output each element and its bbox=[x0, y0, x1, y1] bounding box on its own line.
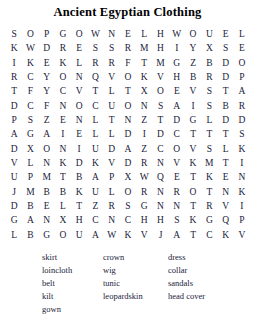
word-list-item: loincloth bbox=[42, 264, 72, 277]
grid-cell-r9c9[interactable]: Z bbox=[136, 142, 152, 156]
grid-cell-r4c14[interactable]: D bbox=[217, 70, 233, 84]
grid-cell-r7c3[interactable]: Z bbox=[39, 113, 55, 127]
grid-cell-r8c9[interactable]: I bbox=[136, 127, 152, 141]
grid-cell-r3c5[interactable]: L bbox=[71, 56, 87, 70]
grid-cell-r15c4[interactable]: O bbox=[55, 228, 71, 242]
grid-cell-r3c6[interactable]: R bbox=[87, 56, 103, 70]
grid-cell-r9c8[interactable]: A bbox=[120, 142, 136, 156]
grid-cell-r7c8[interactable]: N bbox=[120, 113, 136, 127]
grid-cell-r12c9[interactable]: R bbox=[136, 185, 152, 199]
grid-cell-r10c8[interactable]: D bbox=[120, 156, 136, 170]
word-list-item: tunic bbox=[103, 277, 143, 290]
grid-cell-r4c2[interactable]: C bbox=[22, 70, 38, 84]
grid-cell-r4c12[interactable]: B bbox=[185, 70, 201, 84]
grid-cell-r7c14[interactable]: D bbox=[217, 113, 233, 127]
grid-cell-r2c4[interactable]: R bbox=[55, 41, 71, 55]
grid-cell-r7c4[interactable]: E bbox=[55, 113, 71, 127]
grid-cell-r13c11[interactable]: N bbox=[169, 199, 185, 213]
grid-cell-r13c13[interactable]: R bbox=[201, 199, 217, 213]
word-list-item: sandals bbox=[168, 277, 205, 290]
grid-cell-r8c8[interactable]: D bbox=[120, 127, 136, 141]
grid-cell-r4c13[interactable]: R bbox=[201, 70, 217, 84]
grid-cell-r2c13[interactable]: X bbox=[201, 41, 217, 55]
grid-cell-r12c14[interactable]: N bbox=[217, 185, 233, 199]
grid-cell-r5c2[interactable]: F bbox=[22, 84, 38, 98]
grid-cell-r6c6[interactable]: C bbox=[87, 99, 103, 113]
grid-cell-r3c14[interactable]: D bbox=[217, 56, 233, 70]
grid-cell-r15c8[interactable]: K bbox=[120, 228, 136, 242]
grid-cell-r2c11[interactable]: I bbox=[169, 41, 185, 55]
grid-cell-r1c3[interactable]: P bbox=[39, 27, 55, 41]
grid-cell-r15c3[interactable]: G bbox=[39, 228, 55, 242]
grid-cell-r8c3[interactable]: A bbox=[39, 127, 55, 141]
grid-cell-r14c13[interactable]: G bbox=[201, 213, 217, 227]
grid-cell-r9c5[interactable]: I bbox=[71, 142, 87, 156]
grid-cell-r3c13[interactable]: B bbox=[201, 56, 217, 70]
grid-cell-r5c5[interactable]: V bbox=[71, 84, 87, 98]
grid-cell-r12c11[interactable]: R bbox=[169, 185, 185, 199]
grid-cell-r10c14[interactable]: T bbox=[217, 156, 233, 170]
grid-cell-r2c6[interactable]: S bbox=[87, 41, 103, 55]
grid-cell-r13c12[interactable]: T bbox=[185, 199, 201, 213]
grid-cell-r9c10[interactable]: C bbox=[152, 142, 168, 156]
grid-cell-r11c4[interactable]: T bbox=[55, 170, 71, 184]
grid-cell-r7c12[interactable]: G bbox=[185, 113, 201, 127]
grid-cell-r1c2[interactable]: O bbox=[22, 27, 38, 41]
grid-cell-r12c15[interactable]: K bbox=[234, 185, 250, 199]
grid-cell-r12c3[interactable]: B bbox=[39, 185, 55, 199]
grid-cell-r11c6[interactable]: A bbox=[87, 170, 103, 184]
grid-cell-r14c9[interactable]: H bbox=[136, 213, 152, 227]
grid-cell-r12c7[interactable]: L bbox=[104, 185, 120, 199]
grid-cell-r15c15[interactable]: V bbox=[234, 228, 250, 242]
grid-cell-r6c14[interactable]: B bbox=[217, 99, 233, 113]
grid-cell-r5c15[interactable]: A bbox=[234, 84, 250, 98]
grid-cell-r15c9[interactable]: V bbox=[136, 228, 152, 242]
grid-cell-r7c15[interactable]: D bbox=[234, 113, 250, 127]
grid-cell-r4c5[interactable]: N bbox=[71, 70, 87, 84]
grid-cell-r7c2[interactable]: S bbox=[22, 113, 38, 127]
grid-cell-r13c9[interactable]: G bbox=[136, 199, 152, 213]
grid-cell-r15c12[interactable]: T bbox=[185, 228, 201, 242]
grid-cell-r5c12[interactable]: V bbox=[185, 84, 201, 98]
grid-cell-r13c1[interactable]: D bbox=[6, 199, 22, 213]
word-search-grid: SOPGOWNELHWOUELKWDRESSRMHIYXSEIKEKLRRFTM… bbox=[6, 27, 250, 242]
grid-cell-r15c5[interactable]: U bbox=[71, 228, 87, 242]
word-list-item: wig bbox=[103, 264, 143, 277]
grid-cell-r6c5[interactable]: O bbox=[71, 99, 87, 113]
grid-cell-r14c1[interactable]: G bbox=[6, 213, 22, 227]
grid-cell-r3c2[interactable]: K bbox=[22, 56, 38, 70]
grid-cell-r11c8[interactable]: X bbox=[120, 170, 136, 184]
grid-cell-r12c8[interactable]: O bbox=[120, 185, 136, 199]
grid-cell-r1c14[interactable]: E bbox=[217, 27, 233, 41]
grid-cell-r4c1[interactable]: R bbox=[6, 70, 22, 84]
grid-cell-r2c7[interactable]: S bbox=[104, 41, 120, 55]
grid-cell-r14c7[interactable]: N bbox=[104, 213, 120, 227]
grid-cell-r5c6[interactable]: T bbox=[87, 84, 103, 98]
grid-cell-r6c9[interactable]: N bbox=[136, 99, 152, 113]
grid-cell-r13c6[interactable]: Z bbox=[87, 199, 103, 213]
grid-cell-r5c4[interactable]: C bbox=[55, 84, 71, 98]
grid-cell-r3c8[interactable]: F bbox=[120, 56, 136, 70]
grid-cell-r3c7[interactable]: R bbox=[104, 56, 120, 70]
grid-cell-r5c9[interactable]: X bbox=[136, 84, 152, 98]
grid-cell-r3c12[interactable]: Z bbox=[185, 56, 201, 70]
grid-cell-r12c10[interactable]: N bbox=[152, 185, 168, 199]
grid-cell-r4c11[interactable]: H bbox=[169, 70, 185, 84]
grid-cell-r8c12[interactable]: T bbox=[185, 127, 201, 141]
grid-cell-r4c10[interactable]: V bbox=[152, 70, 168, 84]
grid-cell-r1c12[interactable]: O bbox=[185, 27, 201, 41]
grid-cell-r11c9[interactable]: W bbox=[136, 170, 152, 184]
grid-cell-r2c14[interactable]: S bbox=[217, 41, 233, 55]
grid-cell-r6c10[interactable]: S bbox=[152, 99, 168, 113]
grid-cell-r10c7[interactable]: V bbox=[104, 156, 120, 170]
grid-cell-r14c11[interactable]: S bbox=[169, 213, 185, 227]
grid-cell-r11c1[interactable]: U bbox=[6, 170, 22, 184]
grid-cell-r2c3[interactable]: D bbox=[39, 41, 55, 55]
grid-cell-r2c15[interactable]: E bbox=[234, 41, 250, 55]
grid-cell-r4c9[interactable]: K bbox=[136, 70, 152, 84]
grid-cell-r7c7[interactable]: T bbox=[104, 113, 120, 127]
grid-cell-r5c13[interactable]: S bbox=[201, 84, 217, 98]
grid-cell-r4c7[interactable]: V bbox=[104, 70, 120, 84]
grid-cell-r5c8[interactable]: T bbox=[120, 84, 136, 98]
grid-cell-r1c13[interactable]: U bbox=[201, 27, 217, 41]
word-list-column-1: skirtloinclothbeltkiltgown bbox=[42, 251, 72, 316]
grid-cell-r5c1[interactable]: T bbox=[6, 84, 22, 98]
word-list-item: skirt bbox=[42, 251, 72, 264]
grid-cell-r5c10[interactable]: O bbox=[152, 84, 168, 98]
grid-cell-r10c6[interactable]: K bbox=[87, 156, 103, 170]
grid-cell-r10c9[interactable]: R bbox=[136, 156, 152, 170]
word-list-column-2: crownwigtunicleopardskin bbox=[103, 251, 143, 303]
grid-cell-r13c10[interactable]: N bbox=[152, 199, 168, 213]
grid-cell-r6c7[interactable]: U bbox=[104, 99, 120, 113]
grid-cell-r1c11[interactable]: W bbox=[169, 27, 185, 41]
grid-cell-r15c1[interactable]: L bbox=[6, 228, 22, 242]
word-list-item: belt bbox=[42, 277, 72, 290]
grid-cell-r9c1[interactable]: D bbox=[6, 142, 22, 156]
grid-cell-r13c14[interactable]: V bbox=[217, 199, 233, 213]
grid-cell-r7c9[interactable]: Z bbox=[136, 113, 152, 127]
grid-cell-r10c13[interactable]: M bbox=[201, 156, 217, 170]
grid-cell-r11c15[interactable]: N bbox=[234, 170, 250, 184]
grid-cell-r15c11[interactable]: A bbox=[169, 228, 185, 242]
grid-cell-r13c8[interactable]: S bbox=[120, 199, 136, 213]
grid-cell-r9c12[interactable]: V bbox=[185, 142, 201, 156]
grid-cell-r9c11[interactable]: O bbox=[169, 142, 185, 156]
grid-cell-r6c13[interactable]: S bbox=[201, 99, 217, 113]
word-list-column-3: dresscollarsandalshead cover bbox=[168, 251, 205, 303]
grid-cell-r4c8[interactable]: O bbox=[120, 70, 136, 84]
grid-cell-r7c11[interactable]: D bbox=[169, 113, 185, 127]
grid-cell-r11c13[interactable]: K bbox=[201, 170, 217, 184]
word-search-page: Ancient Egyptian Clothing SOPGOWNELHWOUE… bbox=[0, 0, 255, 320]
grid-cell-r13c15[interactable]: I bbox=[234, 199, 250, 213]
grid-cell-r2c12[interactable]: Y bbox=[185, 41, 201, 55]
grid-cell-r11c5[interactable]: B bbox=[71, 170, 87, 184]
grid-cell-r10c4[interactable]: K bbox=[55, 156, 71, 170]
grid-cell-r13c7[interactable]: R bbox=[104, 199, 120, 213]
grid-cell-r14c5[interactable]: H bbox=[71, 213, 87, 227]
grid-cell-r8c5[interactable]: E bbox=[71, 127, 87, 141]
grid-cell-r8c7[interactable]: L bbox=[104, 127, 120, 141]
grid-cell-r10c10[interactable]: N bbox=[152, 156, 168, 170]
grid-cell-r15c13[interactable]: C bbox=[201, 228, 217, 242]
grid-cell-r14c10[interactable]: H bbox=[152, 213, 168, 227]
grid-cell-r10c3[interactable]: N bbox=[39, 156, 55, 170]
grid-cell-r2c8[interactable]: R bbox=[120, 41, 136, 55]
grid-cell-r13c5[interactable]: T bbox=[71, 199, 87, 213]
grid-cell-r7c5[interactable]: N bbox=[71, 113, 87, 127]
grid-cell-r9c13[interactable]: S bbox=[201, 142, 217, 156]
word-list-item: dress bbox=[168, 251, 205, 264]
grid-cell-r8c11[interactable]: C bbox=[169, 127, 185, 141]
grid-cell-r15c14[interactable]: K bbox=[217, 228, 233, 242]
grid-cell-r15c2[interactable]: B bbox=[22, 228, 38, 242]
grid-cell-r6c1[interactable]: D bbox=[6, 99, 22, 113]
word-list-item: kilt bbox=[42, 290, 72, 303]
grid-cell-r5c14[interactable]: T bbox=[217, 84, 233, 98]
grid-cell-r9c3[interactable]: O bbox=[39, 142, 55, 156]
grid-cell-r15c7[interactable]: W bbox=[104, 228, 120, 242]
grid-cell-r12c1[interactable]: J bbox=[6, 185, 22, 199]
grid-cell-r15c10[interactable]: J bbox=[152, 228, 168, 242]
grid-cell-r12c12[interactable]: O bbox=[185, 185, 201, 199]
grid-cell-r8c1[interactable]: A bbox=[6, 127, 22, 141]
word-list-item: crown bbox=[103, 251, 143, 264]
grid-cell-r15c6[interactable]: A bbox=[87, 228, 103, 242]
grid-cell-r2c5[interactable]: E bbox=[71, 41, 87, 55]
grid-cell-r7c10[interactable]: T bbox=[152, 113, 168, 127]
grid-cell-r4c4[interactable]: O bbox=[55, 70, 71, 84]
grid-cell-r6c2[interactable]: C bbox=[22, 99, 38, 113]
grid-cell-r1c4[interactable]: G bbox=[55, 27, 71, 41]
grid-cell-r1c1[interactable]: S bbox=[6, 27, 22, 41]
grid-cell-r1c15[interactable]: L bbox=[234, 27, 250, 41]
grid-cell-r11c12[interactable]: T bbox=[185, 170, 201, 184]
grid-cell-r2c10[interactable]: H bbox=[152, 41, 168, 55]
grid-cell-r3c9[interactable]: T bbox=[136, 56, 152, 70]
grid-cell-r3c1[interactable]: I bbox=[6, 56, 22, 70]
grid-cell-r1c7[interactable]: N bbox=[104, 27, 120, 41]
grid-cell-r8c2[interactable]: G bbox=[22, 127, 38, 141]
grid-cell-r10c11[interactable]: V bbox=[169, 156, 185, 170]
word-list-item: gown bbox=[42, 303, 72, 316]
grid-cell-r11c7[interactable]: P bbox=[104, 170, 120, 184]
grid-cell-r8c13[interactable]: T bbox=[201, 127, 217, 141]
grid-cell-r9c15[interactable]: K bbox=[234, 142, 250, 156]
grid-cell-r6c12[interactable]: I bbox=[185, 99, 201, 113]
grid-cell-r7c1[interactable]: P bbox=[6, 113, 22, 127]
grid-cell-r5c7[interactable]: L bbox=[104, 84, 120, 98]
word-list: skirtloinclothbeltkiltgowncrownwigtunicl… bbox=[0, 251, 255, 320]
grid-cell-r1c8[interactable]: E bbox=[120, 27, 136, 41]
grid-cell-r1c10[interactable]: H bbox=[152, 27, 168, 41]
grid-cell-r4c3[interactable]: Y bbox=[39, 70, 55, 84]
grid-cell-r3c10[interactable]: M bbox=[152, 56, 168, 70]
grid-cell-r13c2[interactable]: B bbox=[22, 199, 38, 213]
grid-cell-r14c12[interactable]: K bbox=[185, 213, 201, 227]
grid-cell-r12c6[interactable]: U bbox=[87, 185, 103, 199]
grid-cell-r14c15[interactable]: P bbox=[234, 213, 250, 227]
grid-cell-r7c13[interactable]: L bbox=[201, 113, 217, 127]
grid-cell-r11c2[interactable]: P bbox=[22, 170, 38, 184]
grid-cell-r12c2[interactable]: M bbox=[22, 185, 38, 199]
grid-cell-r12c5[interactable]: K bbox=[71, 185, 87, 199]
grid-cell-r2c1[interactable]: K bbox=[6, 41, 22, 55]
grid-cell-r11c11[interactable]: E bbox=[169, 170, 185, 184]
grid-cell-r2c2[interactable]: W bbox=[22, 41, 38, 55]
grid-cell-r5c3[interactable]: Y bbox=[39, 84, 55, 98]
puzzle-title: Ancient Egyptian Clothing bbox=[0, 5, 255, 20]
word-list-item: leopardskin bbox=[103, 290, 143, 303]
word-list-item: collar bbox=[168, 264, 205, 277]
grid-cell-r9c7[interactable]: D bbox=[104, 142, 120, 156]
grid-cell-r14c2[interactable]: A bbox=[22, 213, 38, 227]
grid-cell-r14c14[interactable]: Q bbox=[217, 213, 233, 227]
word-list-item: head cover bbox=[168, 290, 205, 303]
grid-cell-r10c1[interactable]: V bbox=[6, 156, 22, 170]
grid-cell-r14c4[interactable]: X bbox=[55, 213, 71, 227]
grid-cell-r3c3[interactable]: E bbox=[39, 56, 55, 70]
grid-cell-r1c5[interactable]: O bbox=[71, 27, 87, 41]
grid-cell-r3c11[interactable]: G bbox=[169, 56, 185, 70]
grid-cell-r12c13[interactable]: T bbox=[201, 185, 217, 199]
grid-cell-r6c3[interactable]: F bbox=[39, 99, 55, 113]
grid-cell-r9c2[interactable]: X bbox=[22, 142, 38, 156]
grid-cell-r13c3[interactable]: E bbox=[39, 199, 55, 213]
grid-cell-r10c5[interactable]: D bbox=[71, 156, 87, 170]
grid-cell-r10c12[interactable]: K bbox=[185, 156, 201, 170]
grid-cell-r8c15[interactable]: S bbox=[234, 127, 250, 141]
grid-cell-r6c4[interactable]: N bbox=[55, 99, 71, 113]
grid-cell-r7c6[interactable]: L bbox=[87, 113, 103, 127]
grid-cell-r10c15[interactable]: I bbox=[234, 156, 250, 170]
grid-cell-r13c4[interactable]: L bbox=[55, 199, 71, 213]
grid-cell-r8c14[interactable]: T bbox=[217, 127, 233, 141]
grid-cell-r8c4[interactable]: I bbox=[55, 127, 71, 141]
grid-cell-r10c2[interactable]: L bbox=[22, 156, 38, 170]
grid-cell-r1c6[interactable]: W bbox=[87, 27, 103, 41]
grid-cell-r9c4[interactable]: N bbox=[55, 142, 71, 156]
grid-cell-r11c14[interactable]: E bbox=[217, 170, 233, 184]
grid-cell-r11c3[interactable]: M bbox=[39, 170, 55, 184]
grid-cell-r2c9[interactable]: M bbox=[136, 41, 152, 55]
grid-cell-r14c3[interactable]: N bbox=[39, 213, 55, 227]
grid-cell-r6c11[interactable]: A bbox=[169, 99, 185, 113]
grid-cell-r8c6[interactable]: L bbox=[87, 127, 103, 141]
grid-cell-r5c11[interactable]: E bbox=[169, 84, 185, 98]
grid-cell-r9c14[interactable]: L bbox=[217, 142, 233, 156]
grid-cell-r1c9[interactable]: L bbox=[136, 27, 152, 41]
grid-cell-r14c8[interactable]: C bbox=[120, 213, 136, 227]
grid-cell-r11c10[interactable]: Q bbox=[152, 170, 168, 184]
grid-cell-r8c10[interactable]: D bbox=[152, 127, 168, 141]
grid-cell-r6c8[interactable]: O bbox=[120, 99, 136, 113]
grid-cell-r3c15[interactable]: O bbox=[234, 56, 250, 70]
grid-cell-r12c4[interactable]: B bbox=[55, 185, 71, 199]
grid-cell-r14c6[interactable]: C bbox=[87, 213, 103, 227]
grid-cell-r3c4[interactable]: K bbox=[55, 56, 71, 70]
grid-cell-r6c15[interactable]: R bbox=[234, 99, 250, 113]
grid-cell-r4c6[interactable]: Q bbox=[87, 70, 103, 84]
grid-cell-r9c6[interactable]: U bbox=[87, 142, 103, 156]
grid-cell-r4c15[interactable]: P bbox=[234, 70, 250, 84]
